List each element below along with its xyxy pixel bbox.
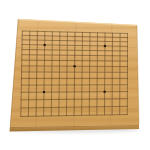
grain-streak xyxy=(8,103,142,106)
star-point xyxy=(73,65,76,68)
grain-streak xyxy=(8,27,142,30)
star-point xyxy=(103,90,106,93)
grain-streak xyxy=(8,118,142,121)
star-point xyxy=(43,44,46,47)
grain-streak xyxy=(8,123,142,124)
go-board xyxy=(0,0,150,150)
star-point xyxy=(104,45,107,48)
product-photo xyxy=(0,0,150,150)
star-point xyxy=(43,91,46,94)
grain-streak xyxy=(8,108,142,112)
